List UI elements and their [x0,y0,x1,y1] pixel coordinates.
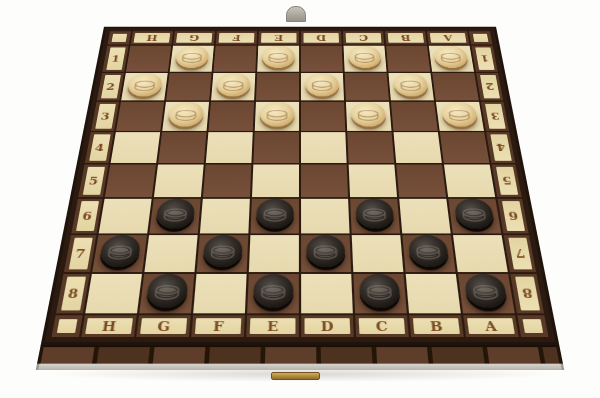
white-draughts-man-glyph: ⛀ [356,104,380,124]
corner-top-left [108,31,132,44]
dark-checker-e6[interactable]: ⛂ [256,199,294,229]
file-label-bottom-c: C [355,315,409,337]
file-label-bottom-d-label: D [305,318,351,334]
white-draughts-man-glyph: ⛀ [446,104,472,124]
file-label-bottom-b-label: B [413,318,460,334]
rank-label-left-6: 6 [71,199,102,234]
file-label-top-a-label: A [430,33,467,43]
file-label-bottom-e-label: E [250,318,296,334]
square-c3[interactable]: ⛀ [346,102,392,131]
square-d2[interactable]: ⛀ [301,73,344,100]
rank-label-left-7: 7 [64,235,96,272]
square-g3[interactable]: ⛀ [162,102,209,131]
rank-label-left-8: 8 [56,274,90,313]
black-draughts-man-glyph: ⛂ [105,238,135,263]
white-draughts-man-glyph: ⛀ [180,48,204,66]
white-draughts-man-glyph: ⛀ [173,104,198,124]
rank-label-left-5: 5 [78,165,108,198]
square-f6[interactable] [200,199,250,234]
rank-label-right-8: 8 [510,274,544,313]
rank-label-left-4-label: 4 [89,134,110,160]
square-g5[interactable] [154,165,204,198]
file-label-bottom-d: D [301,315,354,337]
rank-label-right-4: 4 [486,132,515,163]
corner-top-right [469,31,493,44]
square-f8[interactable] [193,274,246,313]
square-g6[interactable]: ⛂ [149,199,200,234]
file-label-bottom-h-label: H [85,318,133,334]
file-label-bottom-a-label: A [467,318,515,334]
square-b6[interactable] [399,199,450,234]
square-c2[interactable] [345,73,389,100]
rank-label-right-2-label: 2 [480,75,500,99]
square-d1[interactable] [301,46,343,72]
square-d4[interactable] [301,132,347,163]
light-checker-e3[interactable]: ⛀ [260,102,295,127]
corner-tile [523,319,544,333]
rank-label-right-3: 3 [481,102,509,131]
file-label-top-b-label: B [388,33,424,43]
rank-label-right-7: 7 [504,235,536,272]
square-e1[interactable]: ⛀ [257,46,299,72]
file-label-top-d-label: D [304,33,339,43]
file-label-bottom-e: E [246,315,299,337]
square-h7[interactable]: ⛂ [92,235,147,272]
square-b2[interactable]: ⛀ [388,73,433,100]
square-e2[interactable] [256,73,299,100]
square-f2[interactable]: ⛀ [211,73,255,100]
file-label-bottom-g: G [136,315,191,337]
square-f5[interactable] [203,165,251,198]
black-draughts-man-glyph: ⛂ [460,202,489,226]
square-d8[interactable] [301,274,353,313]
square-e4[interactable] [253,132,299,163]
square-a7[interactable] [453,235,508,272]
square-a1[interactable]: ⛀ [429,46,474,72]
square-b4[interactable] [394,132,442,163]
light-checker-e1[interactable]: ⛀ [262,46,295,68]
corner-tile [112,34,128,42]
square-h3[interactable] [116,102,164,131]
file-label-bottom-f: F [191,315,245,337]
dark-checker-d7[interactable]: ⛂ [306,235,345,267]
light-checker-g1[interactable]: ⛀ [175,46,210,68]
dark-checker-g8[interactable]: ⛂ [146,274,189,308]
square-c1[interactable]: ⛀ [344,46,387,72]
checkers-board: HGFEDCBA1⛀⛀⛀⛀12⛀⛀⛀⛀23⛀⛀⛀⛀344556⛂⛂⛂⛂67⛂⛂⛂… [41,27,560,345]
square-e6[interactable]: ⛂ [250,199,299,234]
square-f4[interactable] [206,132,253,163]
file-label-bottom-a: A [463,315,518,337]
rank-label-left-2-label: 2 [100,75,120,99]
file-label-bottom-f-label: F [195,318,241,334]
light-checker-f2[interactable]: ⛀ [216,73,251,96]
rank-label-left-3: 3 [91,102,119,131]
rank-label-right-5-label: 5 [496,167,518,195]
rank-label-left-4: 4 [85,132,114,163]
square-e8[interactable]: ⛂ [247,274,299,313]
rank-label-right-4-label: 4 [490,134,511,160]
black-draughts-man-glyph: ⛂ [209,238,237,263]
square-a3[interactable]: ⛀ [436,102,484,131]
square-b3[interactable] [391,102,438,131]
light-checker-a1[interactable]: ⛀ [433,46,469,68]
rank-label-right-6: 6 [497,199,528,234]
rank-label-left-6-label: 6 [75,201,98,231]
file-label-bottom-g-label: G [140,318,187,334]
rank-label-right-8-label: 8 [515,277,540,311]
black-draughts-man-glyph: ⛂ [152,277,182,304]
square-c5[interactable] [349,165,397,198]
file-label-top-a: A [427,31,469,44]
rank-label-right-7-label: 7 [508,238,532,270]
square-e7[interactable] [249,235,299,272]
square-g2[interactable] [166,73,211,100]
square-g8[interactable]: ⛂ [139,274,194,313]
file-label-top-c-label: C [346,33,382,43]
square-d6[interactable] [301,199,350,234]
white-draughts-man-glyph: ⛀ [222,75,246,94]
square-f3[interactable] [208,102,254,131]
rank-label-left-8-label: 8 [60,277,85,311]
square-e5[interactable] [252,165,299,198]
file-label-top-f: F [216,31,257,44]
file-label-top-f-label: F [219,33,255,43]
square-c8[interactable]: ⛂ [353,274,406,313]
white-draughts-man-glyph: ⛀ [439,48,463,66]
square-d3[interactable] [301,102,345,131]
white-draughts-man-glyph: ⛀ [353,48,376,66]
dark-checker-b7[interactable]: ⛂ [408,235,450,267]
rank-label-right-5: 5 [492,165,522,198]
file-label-top-h-label: H [134,33,171,43]
black-draughts-man-glyph: ⛂ [414,238,443,263]
black-draughts-man-glyph: ⛂ [262,202,288,226]
square-b1[interactable] [386,46,430,72]
white-draughts-man-glyph: ⛀ [265,104,288,124]
dark-checker-a8[interactable]: ⛂ [463,274,508,308]
black-draughts-man-glyph: ⛂ [361,202,388,226]
black-draughts-man-glyph: ⛂ [470,277,501,304]
square-h8[interactable] [85,274,142,313]
square-e3[interactable]: ⛀ [255,102,299,131]
file-label-top-e-label: E [261,33,296,43]
square-h1[interactable] [126,46,171,72]
square-a2[interactable] [432,73,479,100]
rank-label-right-1: 1 [471,46,497,72]
square-h5[interactable] [105,165,156,198]
black-draughts-man-glyph: ⛂ [365,277,394,304]
rank-label-left-3-label: 3 [95,104,116,129]
light-checker-c1[interactable]: ⛀ [348,46,382,68]
dark-checker-h7[interactable]: ⛂ [99,235,142,267]
corner-tile [473,34,489,42]
square-f7[interactable]: ⛂ [197,235,249,272]
white-draughts-man-glyph: ⛀ [399,75,423,94]
square-c7[interactable] [352,235,404,272]
file-label-top-g: G [173,31,215,44]
light-checker-c3[interactable]: ⛀ [351,102,387,127]
corner-bottom-left [51,315,82,337]
dark-checker-c6[interactable]: ⛂ [355,199,394,229]
square-b8[interactable] [406,274,461,313]
square-a8[interactable]: ⛂ [458,274,515,313]
square-h4[interactable] [111,132,161,163]
board-front-edge [37,345,563,364]
square-g7[interactable] [144,235,197,272]
square-c6[interactable]: ⛂ [350,199,400,234]
square-h6[interactable] [99,199,152,234]
black-draughts-man-glyph: ⛂ [313,238,340,263]
rank-label-left-5-label: 5 [82,167,104,195]
rank-label-left-1: 1 [102,46,128,72]
light-checker-d2[interactable]: ⛀ [305,73,339,96]
black-draughts-man-glyph: ⛂ [260,277,287,304]
white-draughts-man-glyph: ⛀ [311,75,334,94]
square-d7[interactable]: ⛂ [301,235,351,272]
corner-bottom-right [517,315,548,337]
white-draughts-man-glyph: ⛀ [267,48,289,66]
light-checker-h2[interactable]: ⛀ [127,73,164,96]
box-hinge-edge [36,364,564,370]
dark-checker-e8[interactable]: ⛂ [253,274,293,308]
square-h2[interactable]: ⛀ [121,73,168,100]
dark-checker-g6[interactable]: ⛂ [155,199,195,229]
square-g1[interactable]: ⛀ [170,46,214,72]
dark-checker-f7[interactable]: ⛂ [203,235,243,267]
rank-label-right-1-label: 1 [475,47,494,69]
file-label-bottom-b: B [409,315,464,337]
square-d5[interactable] [301,165,348,198]
square-a5[interactable] [444,165,495,198]
white-draughts-man-glyph: ⛀ [132,75,157,94]
rank-label-left-2: 2 [97,73,124,100]
file-label-top-b: B [385,31,427,44]
rank-label-right-6-label: 6 [501,201,524,231]
square-a6[interactable]: ⛂ [448,199,501,234]
file-label-top-h: H [131,31,173,44]
dark-checker-a6[interactable]: ⛂ [453,199,495,229]
file-label-top-c: C [343,31,384,44]
file-label-bottom-c-label: C [359,318,405,334]
light-checker-a3[interactable]: ⛀ [441,102,479,127]
light-checker-b2[interactable]: ⛀ [393,73,429,96]
file-label-top-e: E [258,31,299,44]
black-draughts-man-glyph: ⛂ [162,202,190,226]
square-f1[interactable] [213,46,256,72]
dark-checker-c8[interactable]: ⛂ [359,274,401,308]
light-checker-g3[interactable]: ⛀ [168,102,205,127]
photo-scene: HGFEDCBA1⛀⛀⛀⛀12⛀⛀⛀⛀23⛀⛀⛀⛀344556⛂⛂⛂⛂67⛂⛂⛂… [0,0,600,398]
board-perspective-wrapper: HGFEDCBA1⛀⛀⛀⛀12⛀⛀⛀⛀23⛀⛀⛀⛀344556⛂⛂⛂⛂67⛂⛂⛂… [36,27,564,369]
corner-tile [57,319,78,333]
square-a4[interactable] [440,132,490,163]
file-label-bottom-h: H [81,315,136,337]
file-label-top-g-label: G [176,33,212,43]
square-g4[interactable] [158,132,206,163]
rank-label-right-3-label: 3 [485,104,506,129]
rank-label-left-7-label: 7 [68,238,92,270]
square-c4[interactable] [347,132,394,163]
file-label-top-d: D [301,31,342,44]
square-b5[interactable] [396,165,446,198]
square-b7[interactable]: ⛂ [402,235,455,272]
rank-label-right-2: 2 [476,73,503,100]
brass-latch [271,372,320,380]
rank-label-left-1-label: 1 [106,47,125,69]
brass-clasp-knob [286,6,306,22]
